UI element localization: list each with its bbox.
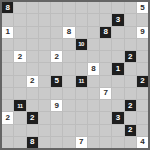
- cell-r1c10-empty[interactable]: [125, 14, 136, 25]
- cell-r7c5-empty[interactable]: [63, 88, 74, 99]
- cell-r1c5-empty[interactable]: [63, 14, 74, 25]
- cell-r2c10-empty[interactable]: [125, 27, 136, 38]
- cell-r7c1-empty[interactable]: [14, 88, 25, 99]
- cell-r7c9-empty[interactable]: [112, 88, 123, 99]
- cell-r8c8-empty[interactable]: [100, 100, 111, 111]
- cell-r5c5-empty[interactable]: [63, 63, 74, 74]
- cell-r9c3-empty[interactable]: [39, 112, 50, 123]
- cell-r7c3-empty[interactable]: [39, 88, 50, 99]
- cell-r0c3-empty[interactable]: [39, 2, 50, 13]
- cell-r11c0-empty[interactable]: [2, 137, 13, 148]
- cell-r8c1-clue-11[interactable]: 11: [14, 100, 25, 111]
- cell-r0c11-clue-5[interactable]: 5: [137, 2, 148, 13]
- cell-r5c6-empty[interactable]: [76, 63, 87, 74]
- cell-r4c0-empty[interactable]: [2, 51, 13, 62]
- cell-r4c8-empty[interactable]: [100, 51, 111, 62]
- cell-r10c10-clue-2[interactable]: 2: [125, 125, 136, 136]
- cell-r9c8-empty[interactable]: [100, 112, 111, 123]
- cell-r6c7-empty[interactable]: [88, 76, 99, 87]
- cell-r7c2-empty[interactable]: [27, 88, 38, 99]
- cell-r3c0-empty[interactable]: [2, 39, 13, 50]
- cell-r6c8-empty[interactable]: [100, 76, 111, 87]
- cell-r6c0-empty[interactable]: [2, 76, 13, 87]
- cell-r3c2-empty[interactable]: [27, 39, 38, 50]
- cell-r9c9-clue-3[interactable]: 3: [112, 112, 123, 123]
- cell-r4c9-empty[interactable]: [112, 51, 123, 62]
- cell-r8c9-empty[interactable]: [112, 100, 123, 111]
- cell-r1c8-empty[interactable]: [100, 14, 111, 25]
- cell-r8c11-empty[interactable]: [137, 100, 148, 111]
- cell-r3c9-empty[interactable]: [112, 39, 123, 50]
- cell-r9c2-clue-2[interactable]: 2: [27, 112, 38, 123]
- cell-r10c2-empty[interactable]: [27, 125, 38, 136]
- cell-r2c1-empty[interactable]: [14, 27, 25, 38]
- cell-r9c1-empty[interactable]: [14, 112, 25, 123]
- cell-r4c5-empty[interactable]: [63, 51, 74, 62]
- cell-r5c10-empty[interactable]: [125, 63, 136, 74]
- cell-r9c6-empty[interactable]: [76, 112, 87, 123]
- cell-r9c11-empty[interactable]: [137, 112, 148, 123]
- cell-r0c9-empty[interactable]: [112, 2, 123, 13]
- cell-r11c10-empty[interactable]: [125, 137, 136, 148]
- cell-r8c4-clue-9[interactable]: 9: [51, 100, 62, 111]
- cell-r10c1-empty[interactable]: [14, 125, 25, 136]
- cell-r5c1-empty[interactable]: [14, 63, 25, 74]
- cell-r7c6-empty[interactable]: [76, 88, 87, 99]
- cell-r4c10-clue-2[interactable]: 2: [125, 51, 136, 62]
- cell-r8c7-empty[interactable]: [88, 100, 99, 111]
- puzzle-board: 8531889102228125112711922232874: [0, 0, 150, 150]
- cell-r6c2-clue-2[interactable]: 2: [27, 76, 38, 87]
- cell-r8c6-empty[interactable]: [76, 100, 87, 111]
- cell-r0c7-empty[interactable]: [88, 2, 99, 13]
- cell-r8c2-empty[interactable]: [27, 100, 38, 111]
- cell-r10c4-empty[interactable]: [51, 125, 62, 136]
- cell-r3c4-empty[interactable]: [51, 39, 62, 50]
- cell-r1c4-empty[interactable]: [51, 14, 62, 25]
- cell-r2c5-clue-8[interactable]: 8: [63, 27, 74, 38]
- cell-r5c11-empty[interactable]: [137, 63, 148, 74]
- cell-r3c11-empty[interactable]: [137, 39, 148, 50]
- cell-r2c7-empty[interactable]: [88, 27, 99, 38]
- cell-r5c7-clue-8[interactable]: 8: [88, 63, 99, 74]
- cell-r0c1-empty[interactable]: [14, 2, 25, 13]
- cell-r4c4-clue-2[interactable]: 2: [51, 51, 62, 62]
- cell-r2c6-empty[interactable]: [76, 27, 87, 38]
- cell-r4c11-empty[interactable]: [137, 51, 148, 62]
- cell-r2c4-empty[interactable]: [51, 27, 62, 38]
- cell-r9c4-empty[interactable]: [51, 112, 62, 123]
- cell-r9c5-empty[interactable]: [63, 112, 74, 123]
- cell-r7c10-empty[interactable]: [125, 88, 136, 99]
- cell-r2c11-clue-9[interactable]: 9: [137, 27, 148, 38]
- cell-r6c5-empty[interactable]: [63, 76, 74, 87]
- cell-r7c11-empty[interactable]: [137, 88, 148, 99]
- cell-r1c11-empty[interactable]: [137, 14, 148, 25]
- cell-r1c3-empty[interactable]: [39, 14, 50, 25]
- cell-r10c5-empty[interactable]: [63, 125, 74, 136]
- cell-r0c8-empty[interactable]: [100, 2, 111, 13]
- cell-r8c10-clue-2[interactable]: 2: [125, 100, 136, 111]
- cell-r3c6-clue-10[interactable]: 10: [76, 39, 87, 50]
- cell-r4c3-empty[interactable]: [39, 51, 50, 62]
- cell-r9c0-clue-2[interactable]: 2: [2, 112, 13, 123]
- cell-r11c9-empty[interactable]: [112, 137, 123, 148]
- cell-r10c9-empty[interactable]: [112, 125, 123, 136]
- cell-r10c8-empty[interactable]: [100, 125, 111, 136]
- cell-r3c1-empty[interactable]: [14, 39, 25, 50]
- cell-r11c2-clue-8[interactable]: 8: [27, 137, 38, 148]
- cell-r11c8-empty[interactable]: [100, 137, 111, 148]
- cell-r0c0-clue-8[interactable]: 8: [2, 2, 13, 13]
- cell-r11c1-empty[interactable]: [14, 137, 25, 148]
- cell-r6c10-empty[interactable]: [125, 76, 136, 87]
- cell-r6c1-empty[interactable]: [14, 76, 25, 87]
- cell-r1c6-empty[interactable]: [76, 14, 87, 25]
- cell-r3c5-empty[interactable]: [63, 39, 74, 50]
- cell-r6c3-empty[interactable]: [39, 76, 50, 87]
- cell-r8c0-empty[interactable]: [2, 100, 13, 111]
- cell-r2c8-clue-8[interactable]: 8: [100, 27, 111, 38]
- cell-r1c2-empty[interactable]: [27, 14, 38, 25]
- cell-r6c4-clue-5[interactable]: 5: [51, 76, 62, 87]
- cell-r10c3-empty[interactable]: [39, 125, 50, 136]
- cell-r3c3-empty[interactable]: [39, 39, 50, 50]
- cell-r5c0-empty[interactable]: [2, 63, 13, 74]
- cell-r2c0-clue-1[interactable]: 1: [2, 27, 13, 38]
- cell-r1c7-empty[interactable]: [88, 14, 99, 25]
- cell-r0c6-empty[interactable]: [76, 2, 87, 13]
- cell-r11c6-clue-7[interactable]: 7: [76, 137, 87, 148]
- cell-r3c10-empty[interactable]: [125, 39, 136, 50]
- cell-r1c0-empty[interactable]: [2, 14, 13, 25]
- cell-r9c10-empty[interactable]: [125, 112, 136, 123]
- cell-r10c0-empty[interactable]: [2, 125, 13, 136]
- cell-r10c6-empty[interactable]: [76, 125, 87, 136]
- cell-r5c2-empty[interactable]: [27, 63, 38, 74]
- cell-r6c9-empty[interactable]: [112, 76, 123, 87]
- cell-r1c1-empty[interactable]: [14, 14, 25, 25]
- cell-r0c5-empty[interactable]: [63, 2, 74, 13]
- cell-r4c1-clue-2[interactable]: 2: [14, 51, 25, 62]
- cell-r10c7-empty[interactable]: [88, 125, 99, 136]
- cell-r0c2-empty[interactable]: [27, 2, 38, 13]
- cell-r11c11-clue-4[interactable]: 4: [137, 137, 148, 148]
- cell-r6c6-clue-11[interactable]: 11: [76, 76, 87, 87]
- cell-r0c4-empty[interactable]: [51, 2, 62, 13]
- cell-r11c7-empty[interactable]: [88, 137, 99, 148]
- cell-r11c3-empty[interactable]: [39, 137, 50, 148]
- cell-r5c9-clue-1[interactable]: 1: [112, 63, 123, 74]
- cell-r7c0-empty[interactable]: [2, 88, 13, 99]
- cell-r11c5-empty[interactable]: [63, 137, 74, 148]
- cell-r5c4-empty[interactable]: [51, 63, 62, 74]
- cell-r3c8-empty[interactable]: [100, 39, 111, 50]
- cell-r2c2-empty[interactable]: [27, 27, 38, 38]
- cell-r3c7-empty[interactable]: [88, 39, 99, 50]
- cell-r9c7-empty[interactable]: [88, 112, 99, 123]
- cell-r2c9-empty[interactable]: [112, 27, 123, 38]
- cell-r6c11-clue-2[interactable]: 2: [137, 76, 148, 87]
- cell-r5c8-empty[interactable]: [100, 63, 111, 74]
- cell-r7c8-clue-7[interactable]: 7: [100, 88, 111, 99]
- cell-r4c6-empty[interactable]: [76, 51, 87, 62]
- cell-r2c3-empty[interactable]: [39, 27, 50, 38]
- cell-r0c10-empty[interactable]: [125, 2, 136, 13]
- cell-r1c9-clue-3[interactable]: 3: [112, 14, 123, 25]
- cell-r4c7-empty[interactable]: [88, 51, 99, 62]
- cell-r8c5-empty[interactable]: [63, 100, 74, 111]
- cell-r7c7-empty[interactable]: [88, 88, 99, 99]
- cell-r10c11-empty[interactable]: [137, 125, 148, 136]
- cell-r4c2-empty[interactable]: [27, 51, 38, 62]
- cell-r11c4-empty[interactable]: [51, 137, 62, 148]
- cell-r5c3-empty[interactable]: [39, 63, 50, 74]
- cell-r8c3-empty[interactable]: [39, 100, 50, 111]
- cell-r7c4-empty[interactable]: [51, 88, 62, 99]
